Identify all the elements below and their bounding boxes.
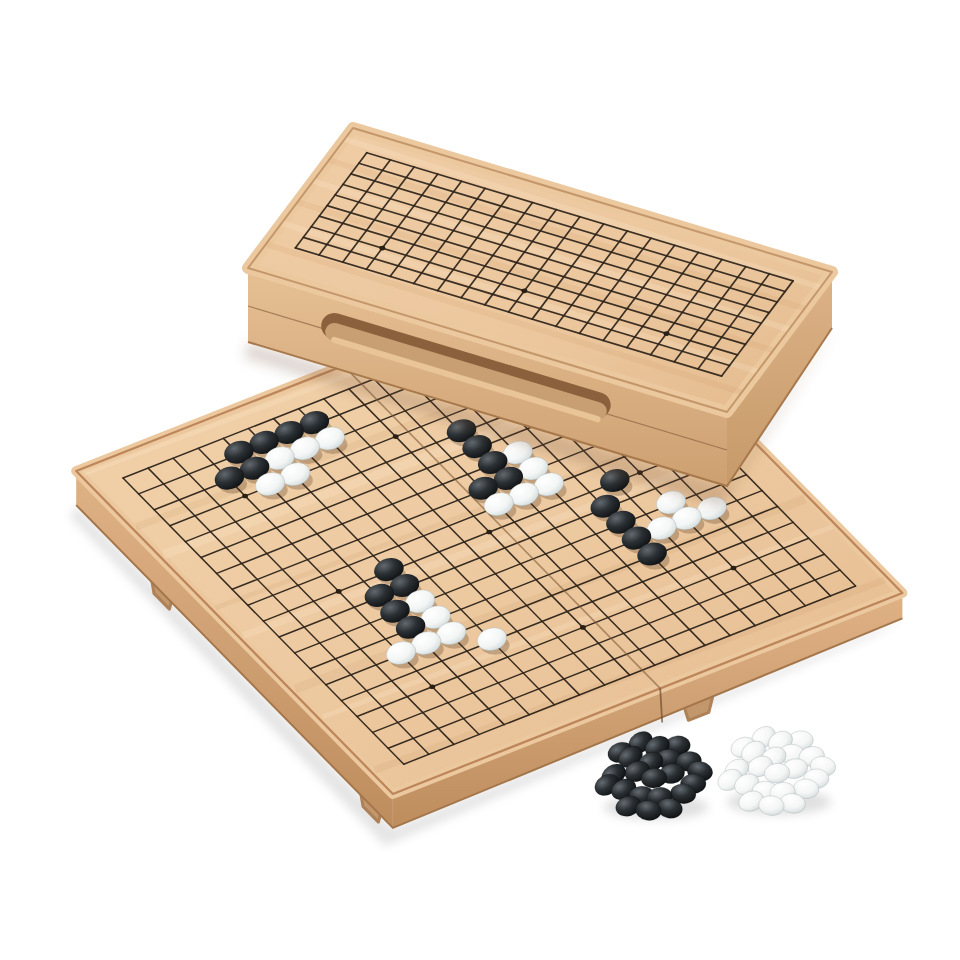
go-set-product-photo [0,0,960,960]
black-stones-pile [591,727,714,822]
white-stones-pile [714,722,837,817]
stone-piles [0,0,960,960]
